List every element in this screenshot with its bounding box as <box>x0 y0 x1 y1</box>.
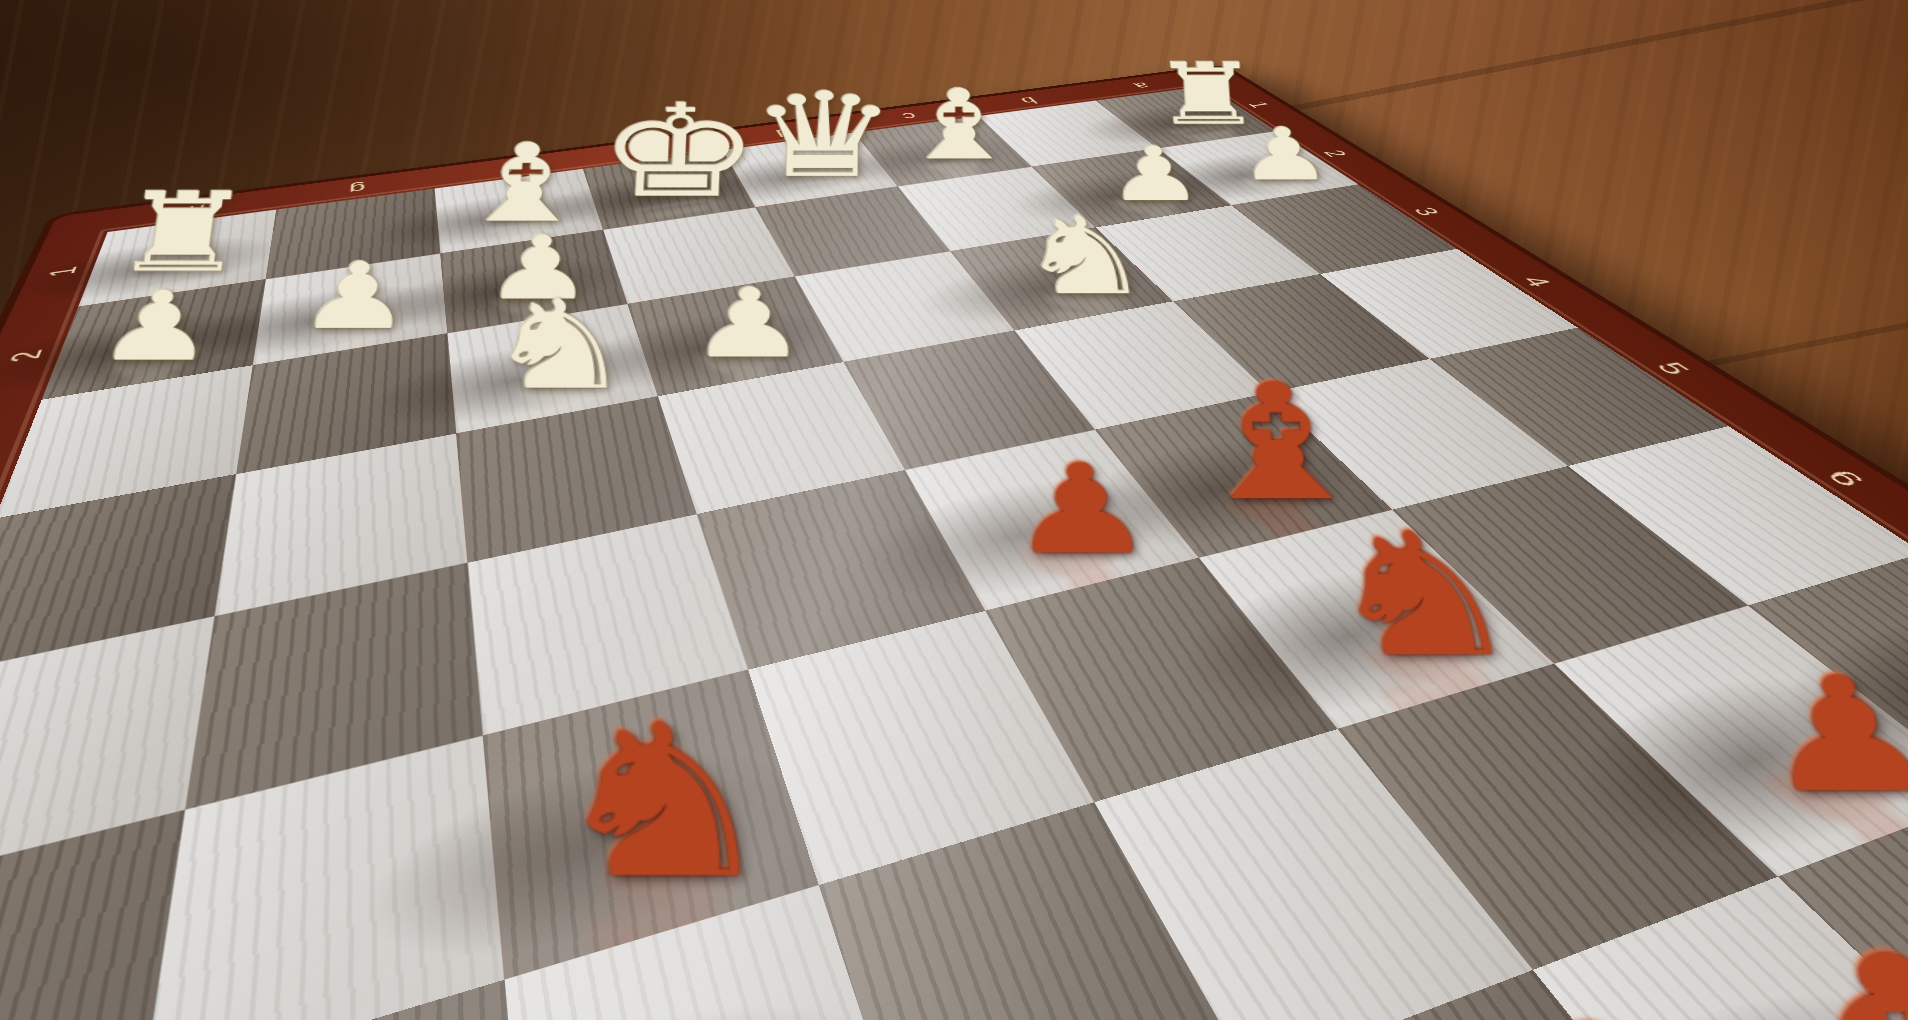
square-a5[interactable] <box>1430 328 1729 466</box>
square-h3[interactable] <box>0 365 253 518</box>
white-pawn-h2[interactable]: ♟ <box>92 279 224 375</box>
white-knight-c3[interactable]: ♞ <box>1016 202 1155 310</box>
square-h2[interactable]: ♟♟ <box>42 279 266 400</box>
square-g5[interactable] <box>185 563 483 810</box>
chess-app-viewport: ♜♜♝♝♚♚♛♛♝♝♜♜♟♟♟♟♟♟♟♟♟♟♞♞♟♟♞♞♟♟♝♝♞♞♞♞♟♟♟♟… <box>0 0 1908 1020</box>
square-h6[interactable] <box>0 810 185 1020</box>
black-knight-c6[interactable]: ♞ <box>1316 511 1532 681</box>
chessboard: ♜♜♝♝♚♚♛♛♝♝♜♜♟♟♟♟♟♟♟♟♟♟♞♞♟♟♞♞♟♟♝♝♞♞♞♞♟♟♟♟… <box>0 66 1908 1020</box>
black-queen-d8[interactable]: ♛ <box>1383 982 1844 1020</box>
black-knight-f6[interactable]: ♞ <box>539 698 786 910</box>
board-grid: ♜♜♝♝♚♚♛♛♝♝♜♜♟♟♟♟♟♟♟♟♟♟♞♞♟♟♞♞♟♟♝♝♞♞♞♞♟♟♟♟… <box>0 86 1908 1020</box>
black-pawn-d5[interactable]: ♟ <box>1007 450 1157 573</box>
black-pawn-b7[interactable]: ♟ <box>1745 658 1908 816</box>
white-king-e1[interactable]: ♚ <box>594 88 763 216</box>
white-pawn-g2[interactable]: ♟ <box>294 251 418 343</box>
white-pawn-e3[interactable]: ♟ <box>688 277 809 373</box>
black-pawn-f7[interactable]: ♟ <box>607 1014 852 1020</box>
white-bishop-c1[interactable]: ♝ <box>897 77 1023 174</box>
scene-3d: ♜♜♝♝♚♚♛♛♝♝♜♜♟♟♟♟♟♟♟♟♟♟♞♞♟♟♞♞♟♟♝♝♞♞♞♞♟♟♟♟… <box>0 0 1908 1020</box>
white-pawn-a2[interactable]: ♟ <box>1236 119 1334 192</box>
white-queen-d1[interactable]: ♛ <box>747 77 899 194</box>
white-knight-f3[interactable]: ♞ <box>480 284 640 408</box>
